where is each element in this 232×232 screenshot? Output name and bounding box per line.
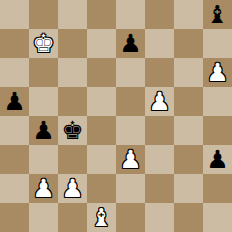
piece-white-pawn[interactable]: ♟ xyxy=(61,174,83,203)
square-g1[interactable] xyxy=(174,203,203,232)
square-d4[interactable] xyxy=(87,116,116,145)
square-d7[interactable] xyxy=(87,29,116,58)
piece-white-king[interactable]: ♚ xyxy=(32,29,54,58)
square-g6[interactable] xyxy=(174,58,203,87)
square-e3[interactable]: ♟ xyxy=(116,145,145,174)
square-b2[interactable]: ♟ xyxy=(29,174,58,203)
square-f2[interactable] xyxy=(145,174,174,203)
square-a8[interactable] xyxy=(0,0,29,29)
square-a7[interactable] xyxy=(0,29,29,58)
piece-white-pawn[interactable]: ♟ xyxy=(148,87,170,116)
square-e1[interactable] xyxy=(116,203,145,232)
square-c3[interactable] xyxy=(58,145,87,174)
square-a5[interactable]: ♟ xyxy=(0,87,29,116)
square-g8[interactable] xyxy=(174,0,203,29)
square-g4[interactable] xyxy=(174,116,203,145)
square-h7[interactable] xyxy=(203,29,232,58)
piece-white-bishop[interactable]: ♝ xyxy=(90,203,112,232)
piece-white-pawn[interactable]: ♟ xyxy=(32,174,54,203)
square-a3[interactable] xyxy=(0,145,29,174)
square-c1[interactable] xyxy=(58,203,87,232)
square-c2[interactable]: ♟ xyxy=(58,174,87,203)
square-b1[interactable] xyxy=(29,203,58,232)
piece-white-pawn[interactable]: ♟ xyxy=(206,58,228,87)
square-g3[interactable] xyxy=(174,145,203,174)
piece-black-pawn[interactable]: ♟ xyxy=(3,87,25,116)
square-h3[interactable]: ♟ xyxy=(203,145,232,174)
square-e7[interactable]: ♟ xyxy=(116,29,145,58)
square-d2[interactable] xyxy=(87,174,116,203)
square-b4[interactable]: ♟ xyxy=(29,116,58,145)
square-e2[interactable] xyxy=(116,174,145,203)
square-d6[interactable] xyxy=(87,58,116,87)
square-e6[interactable] xyxy=(116,58,145,87)
square-f3[interactable] xyxy=(145,145,174,174)
square-a6[interactable] xyxy=(0,58,29,87)
square-b8[interactable] xyxy=(29,0,58,29)
square-h4[interactable] xyxy=(203,116,232,145)
square-e5[interactable] xyxy=(116,87,145,116)
square-h1[interactable] xyxy=(203,203,232,232)
piece-white-pawn[interactable]: ♟ xyxy=(119,145,141,174)
square-g2[interactable] xyxy=(174,174,203,203)
square-b6[interactable] xyxy=(29,58,58,87)
square-c7[interactable] xyxy=(58,29,87,58)
piece-black-bishop[interactable]: ♝ xyxy=(206,0,228,29)
square-c4[interactable]: ♚ xyxy=(58,116,87,145)
piece-black-king[interactable]: ♚ xyxy=(61,116,83,145)
square-d5[interactable] xyxy=(87,87,116,116)
chess-board: ♝♚♟♟♟♟♟♚♟♟♟♟♝ xyxy=(0,0,232,232)
square-c8[interactable] xyxy=(58,0,87,29)
square-c5[interactable] xyxy=(58,87,87,116)
square-b5[interactable] xyxy=(29,87,58,116)
square-e4[interactable] xyxy=(116,116,145,145)
square-d1[interactable]: ♝ xyxy=(87,203,116,232)
piece-black-pawn[interactable]: ♟ xyxy=(119,29,141,58)
square-f8[interactable] xyxy=(145,0,174,29)
square-d8[interactable] xyxy=(87,0,116,29)
square-b3[interactable] xyxy=(29,145,58,174)
square-f1[interactable] xyxy=(145,203,174,232)
piece-black-pawn[interactable]: ♟ xyxy=(206,145,228,174)
square-f6[interactable] xyxy=(145,58,174,87)
piece-black-pawn[interactable]: ♟ xyxy=(32,116,54,145)
square-g5[interactable] xyxy=(174,87,203,116)
square-a1[interactable] xyxy=(0,203,29,232)
square-h2[interactable] xyxy=(203,174,232,203)
square-h5[interactable] xyxy=(203,87,232,116)
square-d3[interactable] xyxy=(87,145,116,174)
square-g7[interactable] xyxy=(174,29,203,58)
square-f4[interactable] xyxy=(145,116,174,145)
square-f7[interactable] xyxy=(145,29,174,58)
square-e8[interactable] xyxy=(116,0,145,29)
square-f5[interactable]: ♟ xyxy=(145,87,174,116)
square-h6[interactable]: ♟ xyxy=(203,58,232,87)
square-c6[interactable] xyxy=(58,58,87,87)
square-h8[interactable]: ♝ xyxy=(203,0,232,29)
square-a2[interactable] xyxy=(0,174,29,203)
square-a4[interactable] xyxy=(0,116,29,145)
square-b7[interactable]: ♚ xyxy=(29,29,58,58)
